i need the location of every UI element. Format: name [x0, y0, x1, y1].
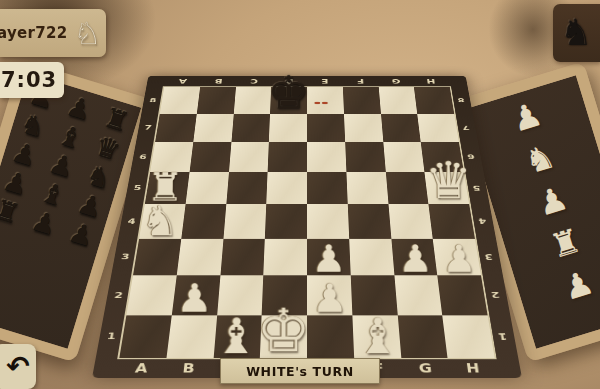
turn-banner-text: WHITE's TURN — [246, 364, 354, 379]
file-bottom-G: G — [401, 359, 450, 378]
file-bottom-H: H — [448, 359, 498, 378]
rank-right-8: 8 — [450, 87, 473, 114]
opponent-badge: ♞ — [553, 4, 600, 62]
file-top-A: A — [164, 77, 201, 87]
white-bishop-glyph: ♝ — [343, 312, 412, 360]
turn-banner: WHITE's TURN — [220, 358, 380, 384]
chess-board-3d: ABCDEFGH ABCDEFGH 87654321 87654321 ♚♜♛♞… — [92, 76, 522, 378]
player-badge: ayer722 ♘ — [0, 9, 106, 57]
white-pawn-glyph: ♟ — [297, 241, 361, 278]
file-top-H: H — [413, 77, 450, 87]
file-top-D: D — [271, 77, 307, 87]
file-labels-top: ABCDEFGH — [164, 77, 449, 87]
white-knight-icon: ♘ — [73, 18, 101, 49]
red-dot — [322, 102, 327, 104]
undo-arrow-icon: ↶ — [6, 353, 29, 381]
file-top-C: C — [236, 77, 272, 87]
board-frame: ABCDEFGH ABCDEFGH 87654321 87654321 ♚♜♛♞… — [92, 76, 522, 378]
file-top-G: G — [378, 77, 414, 87]
board-pieces: ♚♜♛♞♟♟♟♟♟♝♚♝ — [119, 87, 494, 358]
timer-value: 7:03 — [1, 68, 57, 92]
file-top-F: F — [342, 77, 378, 87]
black-knight-icon: ♞ — [560, 15, 592, 51]
timer-badge: 7:03 — [0, 62, 64, 98]
file-bottom-B: B — [164, 359, 213, 378]
white-knight-glyph: ♞ — [129, 200, 191, 241]
undo-button[interactable]: ↶ — [0, 344, 36, 389]
file-top-B: B — [200, 77, 236, 87]
file-bottom-A: A — [116, 359, 166, 378]
player-name: ayer722 — [0, 24, 67, 42]
file-top-E: E — [307, 77, 343, 87]
white-king-glyph: ♚ — [249, 301, 318, 361]
